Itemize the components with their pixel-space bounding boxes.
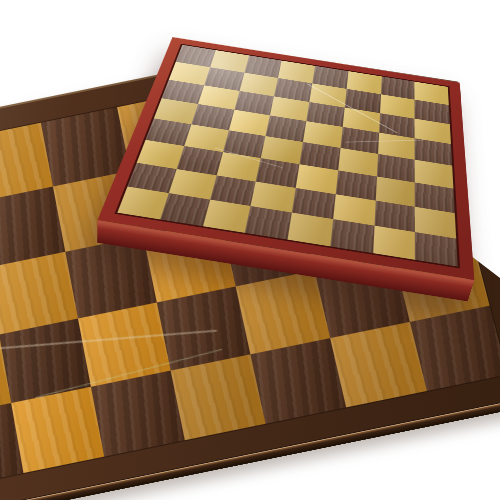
square-light [415, 160, 454, 189]
square-dark [160, 193, 210, 226]
square-light [296, 164, 338, 194]
square-light [137, 140, 184, 169]
square-dark [292, 188, 336, 220]
square-light [169, 169, 217, 200]
square-dark [374, 200, 415, 232]
square-light [373, 226, 416, 260]
square-light [251, 181, 296, 212]
square-light [117, 187, 168, 220]
square-dark [256, 158, 299, 188]
square-dark [177, 146, 223, 175]
square-dark [340, 127, 378, 154]
square-dark [415, 232, 458, 266]
square-dark [415, 182, 455, 212]
square-light [375, 176, 415, 206]
square-dark [245, 206, 292, 239]
square-light [184, 124, 228, 152]
small-board [97, 37, 474, 280]
square-dark [191, 104, 234, 130]
square-dark [300, 142, 341, 170]
square-dark [415, 138, 452, 165]
square-dark [223, 130, 266, 158]
square-dark [376, 154, 414, 183]
photo-scene [0, 0, 500, 500]
square-dark [330, 219, 374, 253]
square-dark [336, 170, 377, 200]
square-light [378, 133, 415, 160]
square-light [216, 152, 261, 181]
square-light [415, 206, 456, 238]
square-dark [146, 118, 192, 145]
square-light [333, 194, 375, 226]
square-light [338, 148, 378, 176]
square-dark [266, 116, 307, 142]
small-board-layer [0, 0, 500, 500]
square-dark [210, 175, 256, 206]
square-light [288, 213, 333, 247]
square-light [261, 136, 303, 164]
square-light [202, 200, 250, 233]
square-light [303, 121, 342, 148]
small-board-shadow-wrap [0, 0, 500, 500]
square-dark [127, 162, 176, 193]
scratch-mark [214, 148, 282, 168]
square-light [228, 110, 270, 136]
